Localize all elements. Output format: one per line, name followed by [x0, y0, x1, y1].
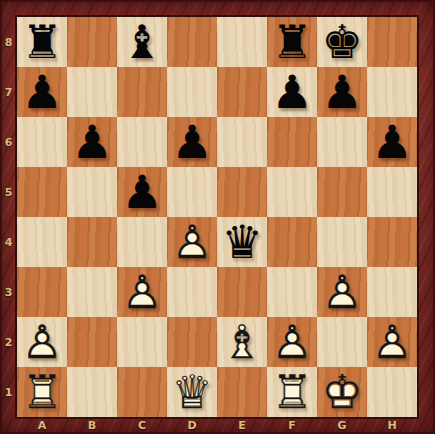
square-g7[interactable]: ♟ [317, 67, 367, 117]
square-g8[interactable]: ♚ [317, 17, 367, 67]
square-h3[interactable] [367, 267, 417, 317]
piece-black-pawn-f7[interactable]: ♟ [267, 67, 317, 117]
square-h5[interactable] [367, 167, 417, 217]
piece-white-pawn-h2[interactable]: ♟♙ [367, 317, 417, 367]
piece-black-pawn-g7[interactable]: ♟ [317, 67, 367, 117]
piece-black-rook-a8[interactable]: ♜ [17, 17, 67, 67]
square-d6[interactable]: ♟ [167, 117, 217, 167]
square-d1[interactable]: ♛♕ [167, 367, 217, 417]
square-e6[interactable] [217, 117, 267, 167]
square-d4[interactable]: ♟♙ [167, 217, 217, 267]
rook-glyph-outline: ♖ [17, 367, 67, 417]
square-g2[interactable] [317, 317, 367, 367]
square-a3[interactable] [17, 267, 67, 317]
square-g5[interactable] [317, 167, 367, 217]
rook-glyph-outline: ♖ [267, 367, 317, 417]
square-f7[interactable]: ♟ [267, 67, 317, 117]
pawn-glyph-outline: ♙ [317, 267, 367, 317]
square-d2[interactable] [167, 317, 217, 367]
file-label-D: D [167, 417, 217, 434]
piece-white-rook-a1[interactable]: ♜♖ [17, 367, 67, 417]
square-b3[interactable] [67, 267, 117, 317]
square-a1[interactable]: ♜♖ [17, 367, 67, 417]
square-b6[interactable]: ♟ [67, 117, 117, 167]
square-b5[interactable] [67, 167, 117, 217]
piece-black-pawn-b6[interactable]: ♟ [67, 117, 117, 167]
pawn-glyph-outline: ♙ [167, 217, 217, 267]
square-d8[interactable] [167, 17, 217, 67]
square-g6[interactable] [317, 117, 367, 167]
square-c2[interactable] [117, 317, 167, 367]
square-h1[interactable] [367, 367, 417, 417]
square-a7[interactable]: ♟ [17, 67, 67, 117]
rank-label-7: 7 [0, 67, 17, 117]
file-label-G: G [317, 417, 367, 434]
square-f5[interactable] [267, 167, 317, 217]
square-f6[interactable] [267, 117, 317, 167]
square-c4[interactable] [117, 217, 167, 267]
square-e1[interactable] [217, 367, 267, 417]
rank-label-4: 4 [0, 217, 17, 267]
piece-white-pawn-f2[interactable]: ♟♙ [267, 317, 317, 367]
square-g4[interactable] [317, 217, 367, 267]
piece-black-pawn-d6[interactable]: ♟ [167, 117, 217, 167]
square-e5[interactable] [217, 167, 267, 217]
piece-white-pawn-d4[interactable]: ♟♙ [167, 217, 217, 267]
queen-glyph-outline: ♕ [167, 367, 217, 417]
pawn-glyph-outline: ♙ [367, 317, 417, 367]
square-d5[interactable] [167, 167, 217, 217]
piece-white-rook-f1[interactable]: ♜♖ [267, 367, 317, 417]
square-e8[interactable] [217, 17, 267, 67]
pawn-glyph-outline: ♙ [17, 317, 67, 367]
piece-black-pawn-c5[interactable]: ♟ [117, 167, 167, 217]
piece-black-pawn-a7[interactable]: ♟ [17, 67, 67, 117]
file-label-A: A [17, 417, 67, 434]
file-label-C: C [117, 417, 167, 434]
piece-black-king-g8[interactable]: ♚ [317, 17, 367, 67]
square-h8[interactable] [367, 17, 417, 67]
file-label-F: F [267, 417, 317, 434]
square-h4[interactable] [367, 217, 417, 267]
square-a4[interactable] [17, 217, 67, 267]
square-d3[interactable] [167, 267, 217, 317]
square-d7[interactable] [167, 67, 217, 117]
chess-board-frame: ♜♝♜♚♟♟♟♟♟♟♟♟♙♛♟♙♟♙♟♙♝♗♟♙♟♙♜♖♛♕♜♖♚♔ 87654… [0, 0, 435, 434]
square-e3[interactable] [217, 267, 267, 317]
square-h7[interactable] [367, 67, 417, 117]
piece-black-queen-e4[interactable]: ♛ [217, 217, 267, 267]
piece-white-king-g1[interactable]: ♚♔ [317, 367, 367, 417]
rank-label-3: 3 [0, 267, 17, 317]
square-b4[interactable] [67, 217, 117, 267]
square-e7[interactable] [217, 67, 267, 117]
bishop-glyph-outline: ♗ [217, 317, 267, 367]
square-f1[interactable]: ♜♖ [267, 367, 317, 417]
piece-black-pawn-h6[interactable]: ♟ [367, 117, 417, 167]
square-e4[interactable]: ♛ [217, 217, 267, 267]
file-label-B: B [67, 417, 117, 434]
square-c8[interactable]: ♝ [117, 17, 167, 67]
file-label-E: E [217, 417, 267, 434]
piece-white-pawn-a2[interactable]: ♟♙ [17, 317, 67, 367]
square-a2[interactable]: ♟♙ [17, 317, 67, 367]
square-c1[interactable] [117, 367, 167, 417]
piece-white-pawn-g3[interactable]: ♟♙ [317, 267, 367, 317]
rank-label-6: 6 [0, 117, 17, 167]
square-g3[interactable]: ♟♙ [317, 267, 367, 317]
square-h6[interactable]: ♟ [367, 117, 417, 167]
square-f8[interactable]: ♜ [267, 17, 317, 67]
piece-black-rook-f8[interactable]: ♜ [267, 17, 317, 67]
square-a5[interactable] [17, 167, 67, 217]
chess-board: ♜♝♜♚♟♟♟♟♟♟♟♟♙♛♟♙♟♙♟♙♝♗♟♙♟♙♜♖♛♕♜♖♚♔ [17, 17, 417, 417]
rank-label-2: 2 [0, 317, 17, 367]
square-b1[interactable] [67, 367, 117, 417]
file-label-H: H [367, 417, 417, 434]
piece-black-bishop-c8[interactable]: ♝ [117, 17, 167, 67]
square-f4[interactable] [267, 217, 317, 267]
piece-white-bishop-e2[interactable]: ♝♗ [217, 317, 267, 367]
square-c7[interactable] [117, 67, 167, 117]
square-c5[interactable]: ♟ [117, 167, 167, 217]
rank-label-8: 8 [0, 17, 17, 67]
piece-white-pawn-c3[interactable]: ♟♙ [117, 267, 167, 317]
rank-label-5: 5 [0, 167, 17, 217]
square-b2[interactable] [67, 317, 117, 367]
king-glyph-outline: ♔ [317, 367, 367, 417]
square-e2[interactable]: ♝♗ [217, 317, 267, 367]
square-f3[interactable] [267, 267, 317, 317]
square-a8[interactable]: ♜ [17, 17, 67, 67]
square-c3[interactable]: ♟♙ [117, 267, 167, 317]
piece-white-queen-d1[interactable]: ♛♕ [167, 367, 217, 417]
square-g1[interactable]: ♚♔ [317, 367, 367, 417]
square-f2[interactable]: ♟♙ [267, 317, 317, 367]
square-b7[interactable] [67, 67, 117, 117]
square-h2[interactable]: ♟♙ [367, 317, 417, 367]
pawn-glyph-outline: ♙ [117, 267, 167, 317]
square-b8[interactable] [67, 17, 117, 67]
square-c6[interactable] [117, 117, 167, 167]
square-a6[interactable] [17, 117, 67, 167]
rank-label-1: 1 [0, 367, 17, 417]
pawn-glyph-outline: ♙ [267, 317, 317, 367]
